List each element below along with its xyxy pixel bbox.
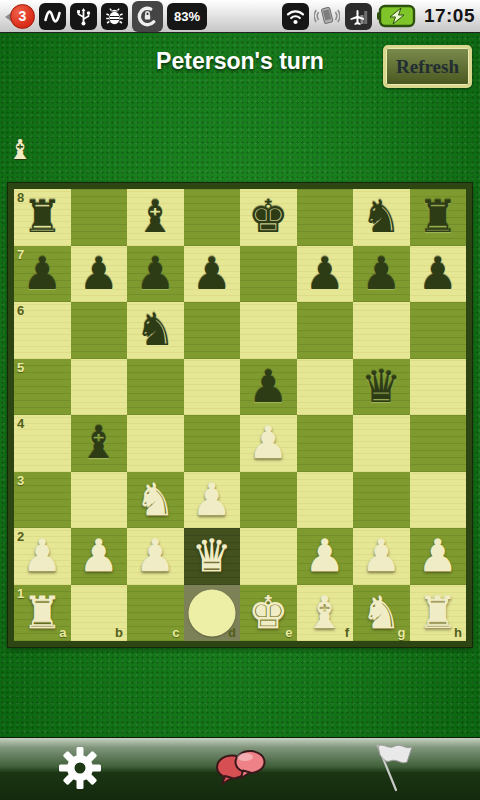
square-g2[interactable]: ♟ <box>353 528 410 585</box>
piece-black-rook: ♜ <box>14 189 71 246</box>
battery-percent-label: 83% <box>167 3 207 30</box>
rank-label-5: 5 <box>17 361 24 374</box>
square-c5[interactable] <box>127 359 184 416</box>
piece-black-pawn: ♟ <box>14 246 71 303</box>
piece-black-pawn: ♟ <box>353 246 410 303</box>
square-e3[interactable] <box>240 472 297 529</box>
piece-white-knight: ♞ <box>127 472 184 529</box>
airplane-mode-icon <box>345 3 372 30</box>
square-b2[interactable]: ♟ <box>71 528 128 585</box>
usb-icon <box>70 3 97 30</box>
square-g1[interactable]: g♞ <box>353 585 410 642</box>
settings-button[interactable] <box>20 738 140 800</box>
square-b4[interactable]: ♝ <box>71 415 128 472</box>
piece-white-bishop: ♝ <box>297 585 354 642</box>
piece-black-rook: ♜ <box>410 189 467 246</box>
square-d2[interactable]: ♛ <box>184 528 241 585</box>
square-g7[interactable]: ♟ <box>353 246 410 303</box>
chess-board: 8♜♝♚♞♜7♟♟♟♟♟♟♟6♞5♟♛4♝♟3♞♟2♟♟♟♛♟♟♟1a♜bcde… <box>8 183 472 647</box>
square-f7[interactable]: ♟ <box>297 246 354 303</box>
square-h3[interactable] <box>410 472 467 529</box>
resign-button[interactable] <box>332 738 452 800</box>
piece-black-pawn: ♟ <box>410 246 467 303</box>
bottom-toolbar <box>0 737 480 800</box>
square-h8[interactable]: ♜ <box>410 189 467 246</box>
debug-bug-icon <box>101 3 128 30</box>
chat-bubbles-icon <box>212 748 268 792</box>
square-b8[interactable] <box>71 189 128 246</box>
rank-label-4: 4 <box>17 417 24 430</box>
piece-white-pawn: ♟ <box>71 528 128 585</box>
square-d5[interactable] <box>184 359 241 416</box>
piece-white-pawn: ♟ <box>127 528 184 585</box>
square-a7[interactable]: 7♟ <box>14 246 71 303</box>
square-c8[interactable]: ♝ <box>127 189 184 246</box>
square-d1[interactable]: d <box>184 585 241 642</box>
square-g8[interactable]: ♞ <box>353 189 410 246</box>
piece-white-pawn: ♟ <box>184 472 241 529</box>
flag-icon <box>368 742 416 798</box>
piece-black-pawn: ♟ <box>184 246 241 303</box>
captured-pieces-tray: ♝ <box>8 132 32 168</box>
piece-black-pawn: ♟ <box>297 246 354 303</box>
lock-sync-icon <box>132 1 163 32</box>
square-e1[interactable]: e♚ <box>240 585 297 642</box>
square-c2[interactable]: ♟ <box>127 528 184 585</box>
square-d4[interactable] <box>184 415 241 472</box>
square-f2[interactable]: ♟ <box>297 528 354 585</box>
square-e4[interactable]: ♟ <box>240 415 297 472</box>
square-c1[interactable]: c <box>127 585 184 642</box>
clock-text: 17:05 <box>424 5 475 27</box>
square-a8[interactable]: 8♜ <box>14 189 71 246</box>
square-f4[interactable] <box>297 415 354 472</box>
file-label-d: d <box>228 626 236 639</box>
piece-white-rook: ♜ <box>14 585 71 642</box>
battery-charging-icon <box>376 4 416 28</box>
square-h1[interactable]: h♜ <box>410 585 467 642</box>
rank-label-6: 6 <box>17 304 24 317</box>
piece-white-pawn: ♟ <box>240 415 297 472</box>
piece-white-king: ♚ <box>240 585 297 642</box>
square-c6[interactable]: ♞ <box>127 302 184 359</box>
captured-white-bishop-icon: ♝ <box>8 134 32 165</box>
square-h4[interactable] <box>410 415 467 472</box>
square-f5[interactable] <box>297 359 354 416</box>
square-c7[interactable]: ♟ <box>127 246 184 303</box>
notification-badge: 3 <box>5 3 35 30</box>
piece-black-king: ♚ <box>240 189 297 246</box>
piece-white-pawn: ♟ <box>14 528 71 585</box>
file-label-b: b <box>115 626 123 639</box>
square-e2[interactable] <box>240 528 297 585</box>
piece-black-knight: ♞ <box>353 189 410 246</box>
rank-label-3: 3 <box>17 474 24 487</box>
square-a5[interactable]: 5 <box>14 359 71 416</box>
piece-white-queen: ♛ <box>184 528 241 585</box>
square-e7[interactable] <box>240 246 297 303</box>
square-h6[interactable] <box>410 302 467 359</box>
square-d6[interactable] <box>184 302 241 359</box>
square-f6[interactable] <box>297 302 354 359</box>
wave-icon <box>39 3 66 30</box>
square-b5[interactable] <box>71 359 128 416</box>
square-f8[interactable] <box>297 189 354 246</box>
square-e6[interactable] <box>240 302 297 359</box>
square-b7[interactable]: ♟ <box>71 246 128 303</box>
square-d8[interactable] <box>184 189 241 246</box>
square-h5[interactable] <box>410 359 467 416</box>
square-g6[interactable] <box>353 302 410 359</box>
file-label-c: c <box>172 626 179 639</box>
square-b1[interactable]: b <box>71 585 128 642</box>
square-a6[interactable]: 6 <box>14 302 71 359</box>
square-f3[interactable] <box>297 472 354 529</box>
square-e8[interactable]: ♚ <box>240 189 297 246</box>
piece-black-pawn: ♟ <box>240 359 297 416</box>
gear-icon <box>57 745 103 795</box>
square-a2[interactable]: 2♟ <box>14 528 71 585</box>
square-b6[interactable] <box>71 302 128 359</box>
square-h2[interactable]: ♟ <box>410 528 467 585</box>
square-f1[interactable]: f♝ <box>297 585 354 642</box>
square-d3[interactable]: ♟ <box>184 472 241 529</box>
square-e5[interactable]: ♟ <box>240 359 297 416</box>
square-a1[interactable]: 1a♜ <box>14 585 71 642</box>
square-c3[interactable]: ♞ <box>127 472 184 529</box>
piece-white-rook: ♜ <box>410 585 467 642</box>
wifi-icon <box>282 3 309 30</box>
square-b3[interactable] <box>71 472 128 529</box>
square-g5[interactable]: ♛ <box>353 359 410 416</box>
square-h7[interactable]: ♟ <box>410 246 467 303</box>
square-a3[interactable]: 3 <box>14 472 71 529</box>
piece-black-knight: ♞ <box>127 302 184 359</box>
piece-white-pawn: ♟ <box>410 528 467 585</box>
square-c4[interactable] <box>127 415 184 472</box>
refresh-button[interactable]: Refresh <box>383 45 472 88</box>
status-bar: 3 83% <box>0 0 480 33</box>
piece-black-pawn: ♟ <box>71 246 128 303</box>
notification-count: 3 <box>10 4 35 29</box>
piece-black-queen: ♛ <box>353 359 410 416</box>
piece-white-pawn: ♟ <box>297 528 354 585</box>
square-a4[interactable]: 4 <box>14 415 71 472</box>
piece-black-bishop: ♝ <box>127 189 184 246</box>
square-g3[interactable] <box>353 472 410 529</box>
piece-black-bishop: ♝ <box>71 415 128 472</box>
piece-black-pawn: ♟ <box>127 246 184 303</box>
square-g4[interactable] <box>353 415 410 472</box>
vibrate-icon <box>313 3 341 30</box>
square-d7[interactable]: ♟ <box>184 246 241 303</box>
chat-button[interactable] <box>180 738 300 800</box>
piece-white-knight: ♞ <box>353 585 410 642</box>
piece-white-pawn: ♟ <box>353 528 410 585</box>
